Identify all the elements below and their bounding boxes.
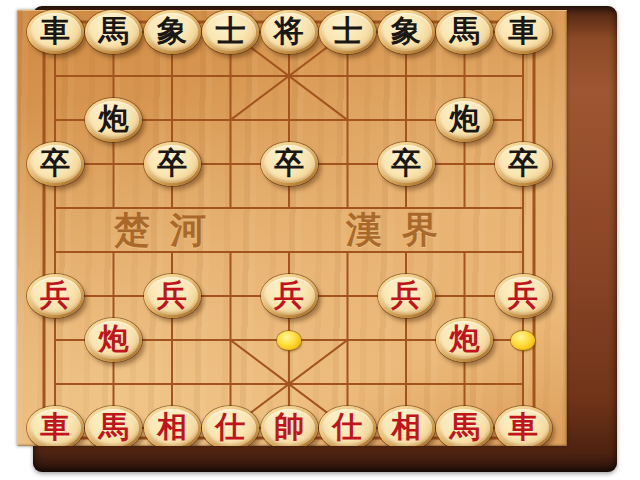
black-soldier-e7[interactable]: 卒 bbox=[261, 142, 318, 186]
red-horse-b1[interactable]: 馬 bbox=[85, 406, 142, 446]
piece-glyph: 炮 bbox=[99, 324, 129, 354]
black-soldier-c7[interactable]: 卒 bbox=[144, 142, 201, 186]
red-rook-i1[interactable]: 車 bbox=[495, 406, 552, 446]
black-horse-b10[interactable]: 馬 bbox=[85, 10, 142, 54]
piece-glyph: 帥 bbox=[274, 412, 304, 442]
piece-glyph: 馬 bbox=[99, 412, 129, 442]
piece-glyph: 炮 bbox=[450, 324, 480, 354]
piece-glyph: 卒 bbox=[40, 148, 70, 178]
red-elephant-c1[interactable]: 相 bbox=[144, 406, 201, 446]
black-rook-a10[interactable]: 車 bbox=[27, 10, 84, 54]
piece-glyph: 兵 bbox=[391, 280, 421, 310]
red-soldier-g4[interactable]: 兵 bbox=[378, 274, 435, 318]
red-advisor-f1[interactable]: 仕 bbox=[319, 406, 376, 446]
black-horse-h10[interactable]: 馬 bbox=[436, 10, 493, 54]
xiangqi-app-window: 楚河 漢界 車馬象士将士象馬車炮炮卒卒卒卒卒兵兵兵兵兵炮炮車馬相仕帥仕相馬車 bbox=[0, 0, 640, 480]
board-grid-lines bbox=[17, 10, 567, 446]
piece-glyph: 馬 bbox=[450, 16, 480, 46]
black-elephant-c10[interactable]: 象 bbox=[144, 10, 201, 54]
black-rook-i10[interactable]: 車 bbox=[495, 10, 552, 54]
black-cannon-h8[interactable]: 炮 bbox=[436, 98, 493, 142]
red-soldier-i4[interactable]: 兵 bbox=[495, 274, 552, 318]
piece-glyph: 将 bbox=[274, 16, 304, 46]
piece-glyph: 兵 bbox=[157, 280, 187, 310]
red-elephant-g1[interactable]: 相 bbox=[378, 406, 435, 446]
piece-glyph: 兵 bbox=[40, 280, 70, 310]
piece-glyph: 車 bbox=[508, 16, 538, 46]
red-advisor-d1[interactable]: 仕 bbox=[202, 406, 259, 446]
piece-glyph: 象 bbox=[157, 16, 187, 46]
river-text-left: 楚河 bbox=[104, 206, 226, 255]
black-elephant-g10[interactable]: 象 bbox=[378, 10, 435, 54]
piece-glyph: 相 bbox=[391, 412, 421, 442]
red-general-e1[interactable]: 帥 bbox=[261, 406, 318, 446]
piece-glyph: 炮 bbox=[99, 104, 129, 134]
black-cannon-b8[interactable]: 炮 bbox=[85, 98, 142, 142]
river-text-right: 漢界 bbox=[336, 206, 458, 255]
piece-glyph: 卒 bbox=[508, 148, 538, 178]
black-advisor-d10[interactable]: 士 bbox=[202, 10, 259, 54]
piece-glyph: 士 bbox=[216, 16, 246, 46]
black-soldier-i7[interactable]: 卒 bbox=[495, 142, 552, 186]
red-cannon-h3[interactable]: 炮 bbox=[436, 318, 493, 362]
black-general-e10[interactable]: 将 bbox=[261, 10, 318, 54]
piece-glyph: 卒 bbox=[391, 148, 421, 178]
piece-glyph: 馬 bbox=[450, 412, 480, 442]
red-soldier-e4[interactable]: 兵 bbox=[261, 274, 318, 318]
red-horse-h1[interactable]: 馬 bbox=[436, 406, 493, 446]
red-cannon-b3[interactable]: 炮 bbox=[85, 318, 142, 362]
red-soldier-a4[interactable]: 兵 bbox=[27, 274, 84, 318]
piece-glyph: 車 bbox=[508, 412, 538, 442]
move-hint-dot-e3[interactable] bbox=[277, 331, 301, 350]
piece-glyph: 仕 bbox=[216, 412, 246, 442]
black-soldier-a7[interactable]: 卒 bbox=[27, 142, 84, 186]
piece-glyph: 相 bbox=[157, 412, 187, 442]
piece-glyph: 兵 bbox=[508, 280, 538, 310]
red-soldier-c4[interactable]: 兵 bbox=[144, 274, 201, 318]
red-rook-a1[interactable]: 車 bbox=[27, 406, 84, 446]
piece-glyph: 兵 bbox=[274, 280, 304, 310]
piece-glyph: 仕 bbox=[333, 412, 363, 442]
piece-glyph: 炮 bbox=[450, 104, 480, 134]
piece-glyph: 車 bbox=[40, 16, 70, 46]
black-advisor-f10[interactable]: 士 bbox=[319, 10, 376, 54]
piece-glyph: 卒 bbox=[157, 148, 187, 178]
board[interactable]: 楚河 漢界 車馬象士将士象馬車炮炮卒卒卒卒卒兵兵兵兵兵炮炮車馬相仕帥仕相馬車 bbox=[17, 10, 567, 446]
piece-glyph: 士 bbox=[333, 16, 363, 46]
piece-glyph: 卒 bbox=[274, 148, 304, 178]
piece-glyph: 象 bbox=[391, 16, 421, 46]
move-hint-dot-i3[interactable] bbox=[511, 331, 535, 350]
piece-glyph: 馬 bbox=[99, 16, 129, 46]
black-soldier-g7[interactable]: 卒 bbox=[378, 142, 435, 186]
piece-glyph: 車 bbox=[40, 412, 70, 442]
